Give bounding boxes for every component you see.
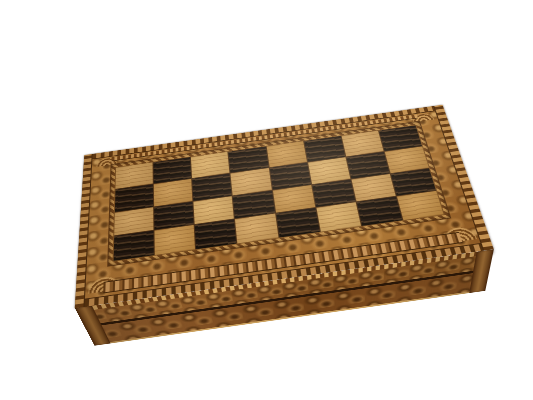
board-square (114, 231, 154, 261)
board-square (235, 214, 278, 244)
board-square (397, 191, 444, 220)
product-photo (0, 0, 533, 400)
perspective-scene (66, 75, 479, 322)
game-box (75, 105, 494, 308)
board-square (316, 202, 361, 231)
board-square (356, 197, 402, 226)
board-square (155, 225, 196, 255)
board-square (195, 219, 237, 249)
board-square (276, 208, 320, 237)
